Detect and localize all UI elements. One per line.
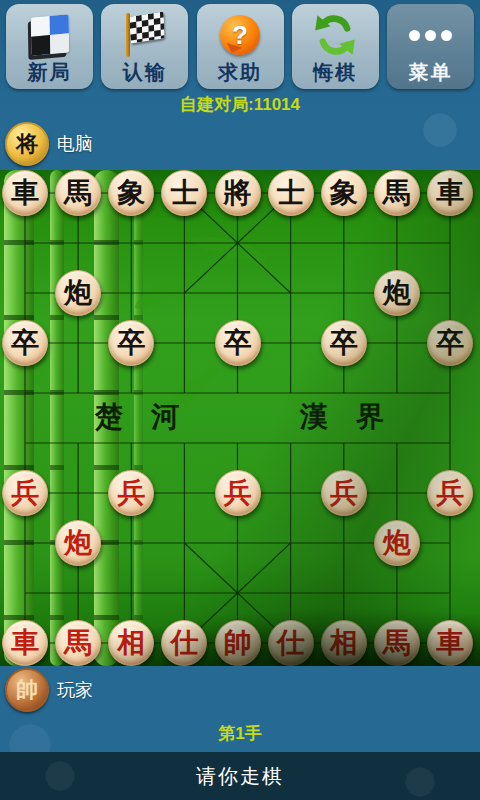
menu-button[interactable]: 菜单 (387, 4, 474, 89)
piece-red-cannon[interactable]: 炮 (55, 520, 101, 566)
player-row: 帥 玩家 (0, 666, 480, 714)
pieces-layer: 車馬象士將士象馬車炮炮卒卒卒卒卒兵兵兵兵兵炮炮車馬相仕帥仕相馬車 (0, 170, 477, 666)
piece-black-soldier[interactable]: 卒 (2, 320, 48, 366)
piece-black-chariot[interactable]: 車 (427, 170, 473, 216)
menu-label: 菜单 (409, 60, 453, 84)
piece-black-elephant[interactable]: 象 (321, 170, 367, 216)
piece-black-elephant[interactable]: 象 (108, 170, 154, 216)
resign-button[interactable]: 认输 (101, 4, 188, 89)
piece-black-horse[interactable]: 馬 (374, 170, 420, 216)
undo-move-label: 悔棋 (313, 60, 357, 84)
help-label: 求助 (218, 60, 262, 84)
piece-black-soldier[interactable]: 卒 (427, 320, 473, 366)
opponent-row: 将 电脑 (0, 118, 480, 170)
piece-red-horse[interactable]: 馬 (55, 620, 101, 666)
undo-move-icon (313, 10, 357, 60)
piece-red-general[interactable]: 帥 (215, 620, 261, 666)
opponent-name: 电脑 (57, 132, 93, 156)
menu-dots-icon (409, 10, 452, 60)
help-button[interactable]: ? 求助 (197, 4, 284, 89)
opponent-avatar: 将 (5, 122, 49, 166)
resign-flag-icon (123, 10, 167, 60)
piece-black-soldier[interactable]: 卒 (321, 320, 367, 366)
new-game-button[interactable]: 新局 (6, 4, 93, 89)
turn-prompt-bar: 请你走棋 (0, 752, 480, 800)
piece-red-elephant[interactable]: 相 (321, 620, 367, 666)
piece-black-chariot[interactable]: 車 (2, 170, 48, 216)
new-game-label: 新局 (28, 60, 72, 84)
piece-red-soldier[interactable]: 兵 (2, 470, 48, 516)
piece-red-soldier[interactable]: 兵 (321, 470, 367, 516)
xiangqi-app: 新局 认输 ? 求助 悔棋 菜单 (0, 0, 480, 800)
piece-red-chariot[interactable]: 車 (2, 620, 48, 666)
resign-label: 认输 (123, 60, 167, 84)
piece-red-horse[interactable]: 馬 (374, 620, 420, 666)
piece-red-soldier[interactable]: 兵 (215, 470, 261, 516)
player-avatar: 帥 (5, 668, 49, 712)
piece-black-advisor[interactable]: 士 (268, 170, 314, 216)
help-icon: ? (220, 10, 260, 60)
piece-red-cannon[interactable]: 炮 (374, 520, 420, 566)
piece-black-cannon[interactable]: 炮 (55, 270, 101, 316)
piece-black-general[interactable]: 將 (215, 170, 261, 216)
piece-black-cannon[interactable]: 炮 (374, 270, 420, 316)
piece-red-soldier[interactable]: 兵 (108, 470, 154, 516)
piece-black-soldier[interactable]: 卒 (215, 320, 261, 366)
piece-black-horse[interactable]: 馬 (55, 170, 101, 216)
piece-black-soldier[interactable]: 卒 (108, 320, 154, 366)
piece-red-soldier[interactable]: 兵 (427, 470, 473, 516)
piece-red-chariot[interactable]: 車 (427, 620, 473, 666)
piece-red-elephant[interactable]: 相 (108, 620, 154, 666)
player-name: 玩家 (57, 678, 93, 702)
piece-black-advisor[interactable]: 士 (161, 170, 207, 216)
xiangqi-board[interactable]: 楚 河 漢 界 車馬象士將士象馬車炮炮卒卒卒卒卒兵兵兵兵兵炮炮車馬相仕帥仕相馬車 (0, 170, 480, 666)
undo-move-button[interactable]: 悔棋 (292, 4, 379, 89)
new-game-icon (31, 10, 69, 60)
piece-red-advisor[interactable]: 仕 (268, 620, 314, 666)
match-id-label: 自建对局:11014 (0, 93, 480, 118)
piece-red-advisor[interactable]: 仕 (161, 620, 207, 666)
move-number-indicator: 第1手 (0, 714, 480, 752)
toolbar: 新局 认输 ? 求助 悔棋 菜单 (0, 0, 480, 93)
